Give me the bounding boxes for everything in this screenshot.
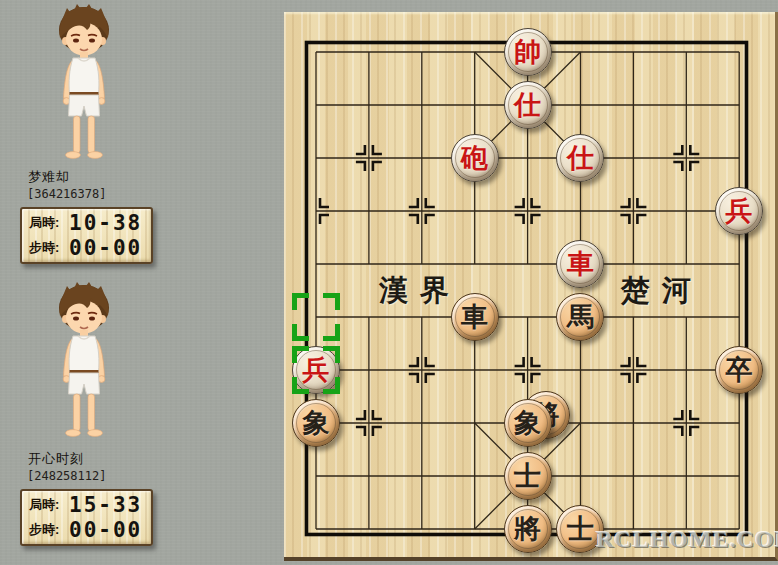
piece-red-仕[interactable]: 仕	[504, 81, 552, 129]
piece-label: 卒	[726, 357, 753, 384]
move-time-label: 步時:	[29, 239, 69, 257]
piece-black-象[interactable]: 象	[292, 399, 340, 447]
piece-label: 士	[514, 463, 541, 490]
move-time-value: 00-00	[69, 235, 142, 260]
piece-red-砲[interactable]: 砲	[451, 134, 499, 182]
piece-label: 仕	[567, 145, 594, 172]
player2-id: [248258112]	[27, 469, 106, 483]
piece-label: 士	[567, 516, 594, 543]
piece-label: 帥	[514, 39, 541, 66]
piece-label: 兵	[726, 198, 753, 225]
piece-black-卒[interactable]: 卒	[715, 346, 763, 394]
player1-avatar	[46, 2, 122, 168]
piece-red-車[interactable]: 車	[556, 240, 604, 288]
piece-label: 象	[514, 410, 541, 437]
piece-label: 象	[302, 410, 329, 437]
xiangqi-board[interactable]: 漢界 楚河 帥仕砲仕兵車車馬兵卒象象士將士	[284, 12, 778, 561]
player2-avatar	[46, 280, 122, 446]
piece-label: 馬	[567, 304, 594, 331]
game-time-label: 局時:	[29, 496, 69, 514]
game-time-value: 10-38	[69, 210, 142, 235]
move-time-value: 00-00	[69, 517, 142, 542]
player1-id: [364216378]	[27, 187, 106, 201]
piece-black-將[interactable]: 將	[504, 505, 552, 553]
piece-label: 車	[461, 304, 488, 331]
piece-label: 兵	[302, 357, 329, 384]
piece-black-象[interactable]: 象	[504, 399, 552, 447]
piece-red-兵[interactable]: 兵	[715, 187, 763, 235]
game-time-value: 15-33	[69, 492, 142, 517]
player1-clock: 局時: 10-38 步時: 00-00	[20, 207, 153, 264]
piece-label: 車	[567, 251, 594, 278]
move-time-label: 步時:	[29, 521, 69, 539]
piece-label: 將	[514, 516, 541, 543]
player1-name: 梦难却	[28, 168, 70, 186]
game-time-label: 局時:	[29, 214, 69, 232]
game-window: 梦难却 [364216378] 局時: 10-38 步時: 00-00 將 开心…	[0, 0, 778, 565]
piece-label: 砲	[461, 145, 488, 172]
piece-red-兵[interactable]: 兵	[292, 346, 340, 394]
piece-black-車[interactable]: 車	[451, 293, 499, 341]
piece-red-仕[interactable]: 仕	[556, 134, 604, 182]
piece-red-帥[interactable]: 帥	[504, 28, 552, 76]
piece-label: 仕	[514, 92, 541, 119]
piece-black-馬[interactable]: 馬	[556, 293, 604, 341]
watermark: RCLHOME.COM	[596, 526, 778, 553]
piece-black-士[interactable]: 士	[504, 452, 552, 500]
pieces-layer[interactable]: 帥仕砲仕兵車車馬兵卒象象士將士	[290, 26, 766, 556]
player2-clock: 局時: 15-33 步時: 00-00	[20, 489, 153, 546]
player2-name: 开心时刻	[28, 450, 84, 468]
